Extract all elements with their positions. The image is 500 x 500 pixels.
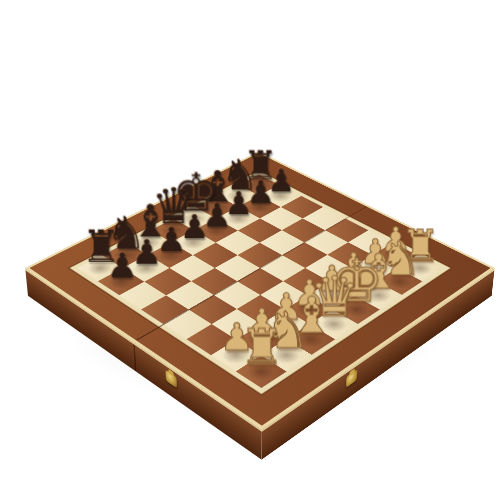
square-a1: ♜ <box>236 355 287 388</box>
square-h5 <box>302 207 345 230</box>
piece-black-pawn: ♟ <box>107 247 138 282</box>
chess-set-photo: ♜♞♝♛♚♝♞♜♟♟♟♟♟♟♟♟♟♟♟♟♟♟♟♟♜♞♝♛♚♝♞♜ <box>0 0 500 500</box>
square-c6 <box>169 255 215 281</box>
chess-board: ♜♞♝♛♚♝♞♜♟♟♟♟♟♟♟♟♟♟♟♟♟♟♟♟♜♞♝♛♚♝♞♜ <box>25 151 495 429</box>
piece-white-rook: ♜ <box>240 323 284 372</box>
brass-latch-icon <box>165 369 177 388</box>
fold-seam-side <box>133 344 136 372</box>
square-a6 <box>119 281 166 309</box>
board-frame: ♜♞♝♛♚♝♞♜♟♟♟♟♟♟♟♟♟♟♟♟♟♟♟♟♜♞♝♛♚♝♞♜ <box>25 151 495 429</box>
square-e5 <box>237 242 282 268</box>
brass-latch-icon <box>346 369 357 388</box>
